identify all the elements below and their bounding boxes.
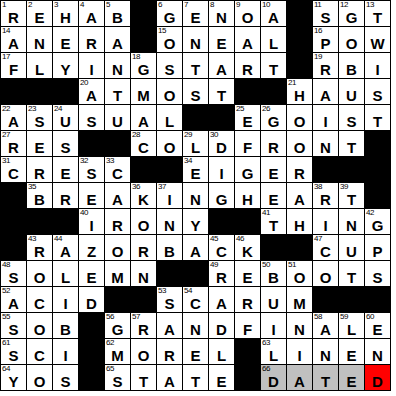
black-cell-r9c1 (1, 209, 26, 234)
cell-r3c15[interactable]: I (365, 53, 390, 78)
cell-r3c8[interactable]: T (183, 53, 208, 78)
cell-r15c1[interactable]: 64Y (1, 365, 26, 390)
cell-r13c15[interactable]: 60E (365, 313, 390, 338)
cell-r7c10[interactable]: G (235, 157, 260, 182)
cell-letter: R (79, 36, 104, 51)
cell-r1c8[interactable]: 7E (183, 1, 208, 26)
cell-r13c12[interactable]: N (287, 313, 312, 338)
cell-r1c10[interactable]: 9O (235, 1, 260, 26)
cell-r15c5[interactable]: 65S (105, 365, 130, 390)
cell-r6c13[interactable]: N (313, 131, 338, 156)
cell-r14c1[interactable]: 61S (1, 339, 26, 364)
cell-r6c14[interactable]: T (339, 131, 364, 156)
cell-r5c7[interactable]: L (157, 105, 182, 130)
cell-r15c7[interactable]: A (157, 365, 182, 390)
cell-r1c4[interactable]: 4A (79, 1, 104, 26)
cell-letter: O (235, 10, 260, 25)
cell-letter: I (365, 62, 390, 77)
cell-r12c11[interactable]: U (261, 287, 286, 312)
cell-r4c13[interactable]: A (313, 79, 338, 104)
cell-r8c12[interactable]: A (287, 183, 312, 208)
cell-r3c11[interactable]: T (261, 53, 286, 78)
cell-letter: O (339, 36, 364, 51)
cell-letter: O (131, 218, 156, 233)
cell-letter: I (313, 114, 338, 129)
cell-letter: A (1, 36, 26, 51)
cell-r2c5[interactable]: A (105, 27, 130, 52)
cell-r1c9[interactable]: 8N (209, 1, 234, 26)
cell-letter: S (365, 88, 390, 103)
cell-r6c6[interactable]: 28C (131, 131, 156, 156)
cell-letter: P (365, 244, 390, 259)
cell-r2c4[interactable]: R (79, 27, 104, 52)
black-cell-r9c3 (53, 209, 78, 234)
clue-number: 51 (288, 260, 296, 269)
cell-r7c1[interactable]: 31C (1, 157, 26, 182)
clue-number: 1 (2, 0, 6, 9)
cell-r15c12[interactable]: A (287, 365, 312, 390)
cell-r13c3[interactable]: B (53, 313, 78, 338)
cell-letter: O (131, 348, 156, 363)
cell-r1c15[interactable]: 13T (365, 1, 390, 26)
black-cell-r9c9 (209, 209, 234, 234)
cell-r11c12[interactable]: 51O (287, 261, 312, 286)
cell-letter: N (287, 322, 312, 337)
black-cell-r2c6 (131, 27, 156, 52)
clue-number: 11 (314, 0, 321, 9)
clue-number: 61 (2, 338, 10, 347)
cell-r4c6[interactable]: M (131, 79, 156, 104)
cell-r15c2[interactable]: O (27, 365, 52, 390)
cell-r10c3[interactable]: 44A (53, 235, 78, 260)
cell-letter: I (53, 296, 78, 311)
cell-letter: E (79, 270, 104, 285)
cell-letter: R (157, 348, 182, 363)
cell-letter: S (313, 10, 338, 25)
cell-r11c14[interactable]: T (339, 261, 364, 286)
cell-r2c14[interactable]: O (339, 27, 364, 52)
cell-letter: Y (53, 62, 78, 77)
cell-r8c7[interactable]: 37I (157, 183, 182, 208)
cell-r15c15[interactable]: D (365, 365, 390, 390)
cell-r6c10[interactable]: F (235, 131, 260, 156)
cell-letter: R (209, 270, 234, 285)
cell-r4c12[interactable]: 21H (287, 79, 312, 104)
cell-letter: S (79, 166, 104, 181)
cell-r14c13[interactable]: N (313, 339, 338, 364)
cell-r5c11[interactable]: 26G (261, 105, 286, 130)
clue-number: 13 (366, 0, 374, 9)
clue-number: 20 (80, 78, 88, 87)
cell-r3c4[interactable]: I (79, 53, 104, 78)
cell-letter: L (53, 270, 78, 285)
cell-r13c9[interactable]: D (209, 313, 234, 338)
cell-r4c14[interactable]: U (339, 79, 364, 104)
cell-r10c4[interactable]: Z (79, 235, 104, 260)
cell-r11c11[interactable]: 50B (261, 261, 286, 286)
cell-r1c11[interactable]: 10A (261, 1, 286, 26)
cell-r15c6[interactable]: T (131, 365, 156, 390)
cell-r7c8[interactable]: 34E (183, 157, 208, 182)
clue-number: 14 (2, 26, 10, 35)
cell-r4c8[interactable]: S (183, 79, 208, 104)
cell-r1c1[interactable]: 1R (1, 1, 26, 26)
cell-r6c9[interactable]: 30D (209, 131, 234, 156)
cell-r1c14[interactable]: 12G (339, 1, 364, 26)
cell-letter: A (105, 36, 130, 51)
cell-r10c7[interactable]: B (157, 235, 182, 260)
cell-letter: T (183, 62, 208, 77)
cell-r11c1[interactable]: 48S (1, 261, 26, 286)
black-cell-r8c1 (1, 183, 26, 208)
cell-r10c14[interactable]: U (339, 235, 364, 260)
cell-r10c13[interactable]: 47C (313, 235, 338, 260)
cell-r11c3[interactable]: L (53, 261, 78, 286)
cell-letter: R (261, 140, 286, 155)
cell-r5c3[interactable]: 24U (53, 105, 78, 130)
cell-r14c6[interactable]: O (131, 339, 156, 364)
black-cell-r4c1 (1, 79, 26, 104)
cell-letter: I (53, 348, 78, 363)
cell-letter: S (53, 140, 78, 155)
cell-r14c11[interactable]: 63L (261, 339, 286, 364)
cell-r5c4[interactable]: S (79, 105, 104, 130)
cell-r2c3[interactable]: E (53, 27, 78, 52)
cell-r12c8[interactable]: 54C (183, 287, 208, 312)
cell-r8c5[interactable]: A (105, 183, 130, 208)
cell-r6c7[interactable]: O (157, 131, 182, 156)
cell-r6c1[interactable]: 27R (1, 131, 26, 156)
cell-letter: A (183, 244, 208, 259)
cell-r9c15[interactable]: 42G (365, 209, 390, 234)
cell-letter: S (105, 374, 130, 389)
cell-r7c9[interactable]: I (209, 157, 234, 182)
cell-r10c10[interactable]: 46K (235, 235, 260, 260)
cell-letter: S (365, 270, 390, 285)
cell-r11c2[interactable]: O (27, 261, 52, 286)
cell-r12c1[interactable]: 52A (1, 287, 26, 312)
cell-letter: T (183, 374, 208, 389)
cell-r6c11[interactable]: R (261, 131, 286, 156)
cell-r13c8[interactable]: N (183, 313, 208, 338)
cell-r8c2[interactable]: 35B (27, 183, 52, 208)
cell-letter: B (53, 322, 78, 337)
cell-r3c1[interactable]: 17F (1, 53, 26, 78)
cell-letter: T (313, 374, 338, 389)
cell-letter: G (235, 166, 260, 181)
cell-r7c3[interactable]: E (53, 157, 78, 182)
cell-r13c13[interactable]: 58A (313, 313, 338, 338)
cell-r12c12[interactable]: M (287, 287, 312, 312)
cell-r5c13[interactable]: I (313, 105, 338, 130)
cell-r15c11[interactable]: 66D (261, 365, 286, 390)
black-cell-r8c15 (365, 183, 390, 208)
cell-r5c6[interactable]: A (131, 105, 156, 130)
cell-r1c13[interactable]: 11S (313, 1, 338, 26)
cell-letter: L (157, 114, 182, 129)
cell-letter: E (235, 270, 260, 285)
cell-r10c6[interactable]: R (131, 235, 156, 260)
cell-letter: N (183, 192, 208, 207)
cell-letter: R (1, 140, 26, 155)
cell-r10c15[interactable]: P (365, 235, 390, 260)
clue-number: 19 (314, 52, 322, 61)
cell-r15c13[interactable]: T (313, 365, 338, 390)
cell-r8c11[interactable]: E (261, 183, 286, 208)
cell-r10c2[interactable]: 43R (27, 235, 52, 260)
cell-r13c6[interactable]: 57R (131, 313, 156, 338)
cell-r4c9[interactable]: T (209, 79, 234, 104)
clue-number: 21 (288, 78, 296, 87)
cell-r13c1[interactable]: 55S (1, 313, 26, 338)
black-cell-r3c12 (287, 53, 312, 78)
clue-number: 62 (106, 338, 114, 347)
clue-number: 59 (340, 312, 348, 321)
cell-r10c8[interactable]: A (183, 235, 208, 260)
cell-r7c2[interactable]: R (27, 157, 52, 182)
cell-r6c8[interactable]: 29L (183, 131, 208, 156)
cell-letter: B (105, 10, 130, 25)
cell-r10c9[interactable]: 45C (209, 235, 234, 260)
cell-r5c10[interactable]: 25E (235, 105, 260, 130)
cell-r9c7[interactable]: N (157, 209, 182, 234)
cell-r15c14[interactable]: E (339, 365, 364, 390)
cell-letter: E (261, 192, 286, 207)
black-cell-r7c15 (365, 157, 390, 182)
black-cell-r9c10 (235, 209, 260, 234)
cell-r15c8[interactable]: T (183, 365, 208, 390)
cell-r13c2[interactable]: O (27, 313, 52, 338)
cell-r11c6[interactable]: N (131, 261, 156, 286)
cell-r13c5[interactable]: 56G (105, 313, 130, 338)
cell-r9c11[interactable]: 41T (261, 209, 286, 234)
cell-r9c5[interactable]: R (105, 209, 130, 234)
cell-r4c7[interactable]: O (157, 79, 182, 104)
cell-r2c13[interactable]: 16P (313, 27, 338, 52)
black-cell-r12c13 (313, 287, 338, 312)
black-cell-r9c2 (27, 209, 52, 234)
cell-r12c10[interactable]: R (235, 287, 260, 312)
cell-r8c8[interactable]: N (183, 183, 208, 208)
cell-letter: A (157, 322, 182, 337)
cell-r14c9[interactable]: L (209, 339, 234, 364)
cell-r6c3[interactable]: S (53, 131, 78, 156)
cell-r3c3[interactable]: Y (53, 53, 78, 78)
cell-r2c1[interactable]: 14A (1, 27, 26, 52)
cell-letter: E (209, 36, 234, 51)
clue-number: 9 (236, 0, 240, 9)
cell-r2c11[interactable]: L (261, 27, 286, 52)
cell-r9c13[interactable]: I (313, 209, 338, 234)
cell-r13c10[interactable]: F (235, 313, 260, 338)
clue-number: 2 (28, 0, 32, 9)
clue-number: 39 (340, 182, 348, 191)
cell-r2c15[interactable]: W (365, 27, 390, 52)
cell-letter: T (261, 218, 286, 233)
cell-r1c5[interactable]: 5B (105, 1, 130, 26)
cell-r9c12[interactable]: H (287, 209, 312, 234)
clue-number: 17 (2, 52, 10, 61)
cell-letter: G (157, 10, 182, 25)
cell-r14c14[interactable]: E (339, 339, 364, 364)
clue-number: 43 (28, 234, 36, 243)
cell-r15c9[interactable]: E (209, 365, 234, 390)
cell-r9c6[interactable]: O (131, 209, 156, 234)
cell-letter: Y (183, 218, 208, 233)
cell-r4c15[interactable]: S (365, 79, 390, 104)
cell-r13c14[interactable]: 59L (339, 313, 364, 338)
cell-letter: O (287, 270, 312, 285)
cell-r7c11[interactable]: E (261, 157, 286, 182)
cell-letter: H (53, 10, 78, 25)
cell-r3c13[interactable]: 19R (313, 53, 338, 78)
cell-r8c4[interactable]: E (79, 183, 104, 208)
cell-r12c7[interactable]: 53S (157, 287, 182, 312)
cell-letter: I (313, 218, 338, 233)
cell-letter: C (209, 244, 234, 259)
cell-r9c14[interactable]: N (339, 209, 364, 234)
cell-letter: U (53, 114, 78, 129)
cell-r5c12[interactable]: O (287, 105, 312, 130)
black-cell-r5c9 (209, 105, 234, 130)
cell-r3c2[interactable]: L (27, 53, 52, 78)
black-cell-r4c3 (53, 79, 78, 104)
cell-r12c4[interactable]: D (79, 287, 104, 312)
cell-r6c2[interactable]: E (27, 131, 52, 156)
black-cell-r7c6 (131, 157, 156, 182)
cell-letter: L (209, 348, 234, 363)
cell-letter: S (27, 114, 52, 129)
cell-r3c9[interactable]: A (209, 53, 234, 78)
cell-r10c5[interactable]: O (105, 235, 130, 260)
black-cell-r11c7 (157, 261, 182, 286)
cell-r13c7[interactable]: A (157, 313, 182, 338)
black-cell-r7c7 (157, 157, 182, 182)
cell-r12c2[interactable]: C (27, 287, 52, 312)
cell-r11c9[interactable]: 49R (209, 261, 234, 286)
cell-letter: T (131, 374, 156, 389)
cell-letter: S (79, 114, 104, 129)
cell-r4c4[interactable]: 20A (79, 79, 104, 104)
cell-r5c15[interactable]: T (365, 105, 390, 130)
clue-number: 23 (28, 104, 36, 113)
cell-letter: C (131, 140, 156, 155)
cell-r8c14[interactable]: 39T (339, 183, 364, 208)
cell-letter: N (105, 62, 130, 77)
cell-r7c12[interactable]: R (287, 157, 312, 182)
cell-r7c4[interactable]: 32S (79, 157, 104, 182)
cell-letter: I (79, 62, 104, 77)
cell-letter: Y (1, 374, 26, 389)
cell-r3c14[interactable]: B (339, 53, 364, 78)
clue-number: 57 (132, 312, 140, 321)
cell-letter: C (27, 296, 52, 311)
cell-r8c6[interactable]: 36K (131, 183, 156, 208)
clue-number: 8 (210, 0, 214, 9)
cell-letter: G (131, 62, 156, 77)
clue-number: 12 (340, 0, 348, 9)
cell-r14c15[interactable]: N (365, 339, 390, 364)
cell-r6c12[interactable]: O (287, 131, 312, 156)
clue-number: 56 (106, 312, 114, 321)
cell-r4c5[interactable]: T (105, 79, 130, 104)
crossword-board: 1R2E3H4A5B6G7E8N9O10A11S12G13T14ANERA15O… (0, 0, 391, 391)
cell-r11c5[interactable]: M (105, 261, 130, 286)
cell-r11c4[interactable]: E (79, 261, 104, 286)
cell-r14c3[interactable]: I (53, 339, 78, 364)
black-cell-r12c5 (105, 287, 130, 312)
clue-number: 50 (262, 260, 270, 269)
cell-r13c11[interactable]: I (261, 313, 286, 338)
cell-r3c7[interactable]: S (157, 53, 182, 78)
cell-r8c9[interactable]: G (209, 183, 234, 208)
cell-r5c1[interactable]: 22A (1, 105, 26, 130)
cell-r1c7[interactable]: 6G (157, 1, 182, 26)
cell-letter: E (209, 374, 234, 389)
cell-letter: C (313, 244, 338, 259)
cell-letter: R (131, 244, 156, 259)
cell-r14c5[interactable]: 62M (105, 339, 130, 364)
cell-r14c2[interactable]: C (27, 339, 52, 364)
cell-r14c7[interactable]: R (157, 339, 182, 364)
cell-letter: H (287, 88, 312, 103)
cell-r2c8[interactable]: N (183, 27, 208, 52)
cell-letter: R (313, 192, 338, 207)
cell-letter: R (105, 218, 130, 233)
cell-r9c8[interactable]: Y (183, 209, 208, 234)
cell-letter: A (287, 374, 312, 389)
cell-r14c8[interactable]: E (183, 339, 208, 364)
cell-r1c2[interactable]: 2E (27, 1, 52, 26)
cell-letter: N (131, 270, 156, 285)
cell-r12c3[interactable]: I (53, 287, 78, 312)
cell-r14c12[interactable]: I (287, 339, 312, 364)
cell-r9c4[interactable]: 40I (79, 209, 104, 234)
cell-r2c10[interactable]: A (235, 27, 260, 52)
cell-letter: K (131, 192, 156, 207)
cell-r11c10[interactable]: E (235, 261, 260, 286)
cell-r8c13[interactable]: 38R (313, 183, 338, 208)
cell-r12c9[interactable]: A (209, 287, 234, 312)
cell-r11c13[interactable]: O (313, 261, 338, 286)
black-cell-r13c4 (79, 313, 104, 338)
cell-r3c5[interactable]: N (105, 53, 130, 78)
cell-r7c5[interactable]: 33C (105, 157, 130, 182)
cell-letter: N (339, 218, 364, 233)
cell-r3c10[interactable]: R (235, 53, 260, 78)
clue-number: 54 (184, 286, 192, 295)
cell-r2c9[interactable]: E (209, 27, 234, 52)
cell-letter: G (209, 192, 234, 207)
cell-r5c2[interactable]: 23S (27, 105, 52, 130)
clue-number: 40 (80, 208, 88, 217)
cell-r8c3[interactable]: R (53, 183, 78, 208)
cell-letter: S (53, 374, 78, 389)
clue-number: 5 (106, 0, 110, 9)
cell-r2c7[interactable]: 15O (157, 27, 182, 52)
cell-letter: I (79, 218, 104, 233)
cell-r8c10[interactable]: H (235, 183, 260, 208)
cell-r5c5[interactable]: U (105, 105, 130, 130)
cell-r1c3[interactable]: 3H (53, 1, 78, 26)
cell-letter: W (365, 36, 390, 51)
cell-r11c15[interactable]: S (365, 261, 390, 286)
cell-r15c3[interactable]: S (53, 365, 78, 390)
cell-letter: O (157, 36, 182, 51)
cell-r2c2[interactable]: N (27, 27, 52, 52)
cell-r3c6[interactable]: 18G (131, 53, 156, 78)
cell-r5c14[interactable]: S (339, 105, 364, 130)
